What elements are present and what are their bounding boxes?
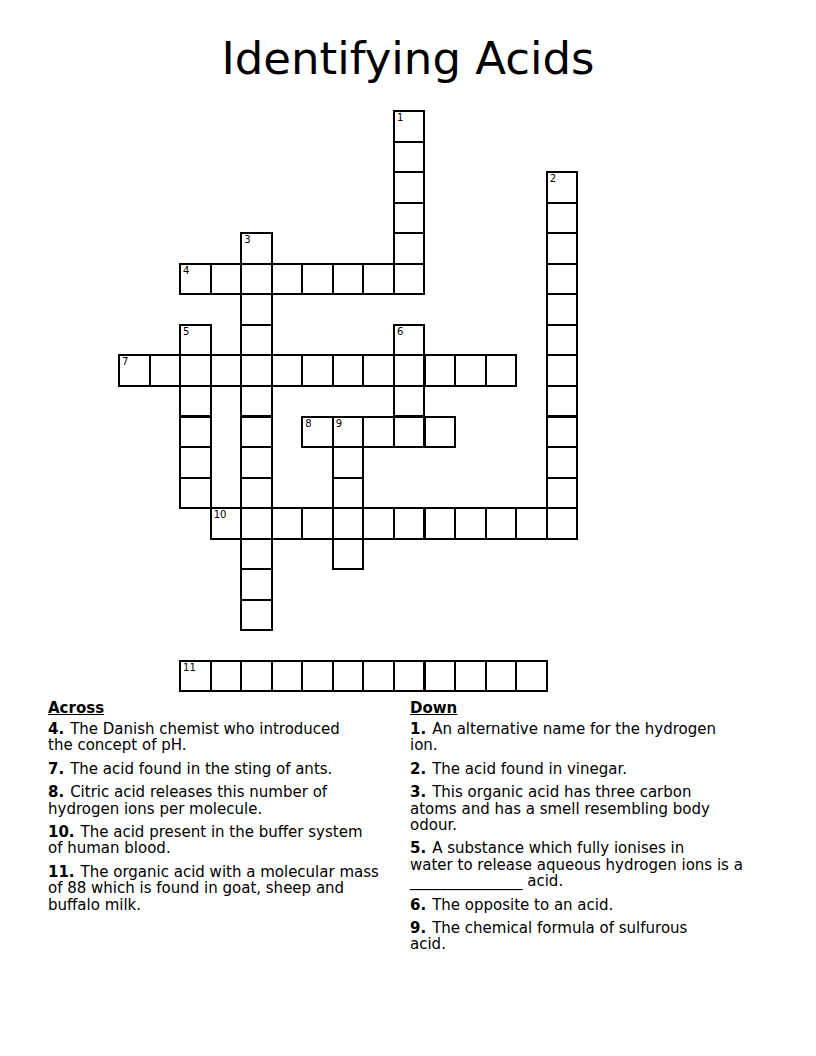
- clue-text: The opposite to an acid.: [432, 896, 613, 914]
- clue-number: 3.: [410, 783, 426, 801]
- down-heading: Down: [410, 700, 802, 717]
- clue-number: 10.: [48, 823, 75, 841]
- grid-cell-r13-c10[interactable]: [424, 507, 457, 540]
- grid-cell-r12-c14[interactable]: [546, 477, 579, 510]
- clue-text: The acid found in the sting of ants.: [70, 760, 332, 778]
- across-clue-item: 8.Citric acid releases this number of hy…: [48, 784, 406, 817]
- cell-clue-number: 9: [336, 418, 342, 429]
- clue-number: 4.: [48, 720, 64, 738]
- grid-cell-r9-c14[interactable]: [546, 385, 579, 418]
- cell-clue-number: 10: [214, 509, 227, 520]
- clue-text: Citric acid releases this number of hydr…: [48, 783, 327, 817]
- grid-cell-r18-c2[interactable]: 11: [179, 660, 212, 693]
- grid-cell-r2-c9[interactable]: [393, 171, 426, 204]
- clue-text: The acid found in vinegar.: [432, 760, 627, 778]
- grid-cell-r7-c14[interactable]: [546, 324, 579, 357]
- grid-cell-r18-c7[interactable]: [332, 660, 365, 693]
- grid-cell-r10-c10[interactable]: [424, 416, 457, 449]
- cell-clue-number: 2: [550, 173, 556, 184]
- grid-cell-r11-c7[interactable]: [332, 446, 365, 479]
- cell-clue-number: 8: [305, 418, 311, 429]
- down-clue-item: 2.The acid found in vinegar.: [410, 761, 802, 777]
- puzzle-title: Identifying Acids: [0, 30, 816, 88]
- grid-cell-r13-c12[interactable]: [485, 507, 518, 540]
- grid-cell-r13-c9[interactable]: [393, 507, 426, 540]
- grid-cell-r9-c9[interactable]: [393, 385, 426, 418]
- cell-clue-number: 11: [183, 662, 196, 673]
- grid-cell-r8-c8[interactable]: [362, 354, 395, 387]
- grid-cell-r5-c9[interactable]: [393, 263, 426, 296]
- grid-cell-r13-c8[interactable]: [362, 507, 395, 540]
- across-heading: Across: [48, 700, 406, 717]
- grid-cell-r8-c6[interactable]: [301, 354, 334, 387]
- page: Identifying Acids 1234567891011 Across 4…: [0, 0, 816, 1056]
- grid-cell-r4-c4[interactable]: 3: [240, 232, 273, 265]
- clue-number: 1.: [410, 720, 426, 738]
- grid-cell-r12-c7[interactable]: [332, 477, 365, 510]
- grid-cell-r18-c3[interactable]: [210, 660, 243, 693]
- grid-cell-r11-c14[interactable]: [546, 446, 579, 479]
- grid-cell-r18-c5[interactable]: [271, 660, 304, 693]
- grid-cell-r13-c7[interactable]: [332, 507, 365, 540]
- grid-cell-r2-c14[interactable]: 2: [546, 171, 579, 204]
- clue-number: 9.: [410, 919, 426, 937]
- grid-cell-r5-c7[interactable]: [332, 263, 365, 296]
- grid-cell-r8-c0[interactable]: 7: [118, 354, 151, 387]
- grid-cell-r8-c1[interactable]: [149, 354, 182, 387]
- grid-cell-r13-c5[interactable]: [271, 507, 304, 540]
- clue-number: 7.: [48, 760, 64, 778]
- clue-number: 6.: [410, 896, 426, 914]
- grid-cell-r0-c9[interactable]: 1: [393, 110, 426, 143]
- grid-cell-r10-c4[interactable]: [240, 416, 273, 449]
- across-clue-item: 10.The acid present in the buffer system…: [48, 824, 406, 857]
- grid-cell-r18-c10[interactable]: [424, 660, 457, 693]
- across-clue-item: 7.The acid found in the sting of ants.: [48, 761, 406, 777]
- grid-cell-r10-c9[interactable]: [393, 416, 426, 449]
- clue-number: 11.: [48, 863, 75, 881]
- across-clue-item: 4.The Danish chemist who introduced the …: [48, 721, 406, 754]
- across-clue-list: 4.The Danish chemist who introduced the …: [48, 721, 406, 913]
- across-clues-section: Across 4.The Danish chemist who introduc…: [48, 700, 406, 920]
- grid-cell-r18-c8[interactable]: [362, 660, 395, 693]
- cell-clue-number: 6: [397, 326, 403, 337]
- cell-clue-number: 7: [122, 356, 128, 367]
- grid-cell-r14-c4[interactable]: [240, 538, 273, 571]
- down-clue-item: 9.The chemical formula of sulfurous acid…: [410, 920, 802, 953]
- grid-cell-r5-c6[interactable]: [301, 263, 334, 296]
- clue-number: 5.: [410, 839, 426, 857]
- clue-text: An alternative name for the hydrogen ion…: [410, 720, 716, 754]
- across-clue-item: 11.The organic acid with a molecular mas…: [48, 864, 406, 913]
- down-clue-item: 3.This organic acid has three carbon ato…: [410, 784, 802, 833]
- grid-cell-r7-c2[interactable]: 5: [179, 324, 212, 357]
- grid-cell-r15-c4[interactable]: [240, 568, 273, 601]
- grid-cell-r8-c10[interactable]: [424, 354, 457, 387]
- grid-cell-r8-c3[interactable]: [210, 354, 243, 387]
- grid-cell-r9-c2[interactable]: [179, 385, 212, 418]
- grid-cell-r13-c3[interactable]: 10: [210, 507, 243, 540]
- cell-clue-number: 3: [244, 234, 250, 245]
- grid-cell-r10-c8[interactable]: [362, 416, 395, 449]
- grid-cell-r5-c14[interactable]: [546, 263, 579, 296]
- grid-cell-r8-c12[interactable]: [485, 354, 518, 387]
- grid-cell-r5-c4[interactable]: [240, 263, 273, 296]
- grid-cell-r18-c12[interactable]: [485, 660, 518, 693]
- grid-cell-r13-c11[interactable]: [454, 507, 487, 540]
- clue-text: The chemical formula of sulfurous acid.: [410, 919, 687, 953]
- grid-cell-r7-c4[interactable]: [240, 324, 273, 357]
- grid-cell-r18-c11[interactable]: [454, 660, 487, 693]
- clue-text: The acid present in the buffer system of…: [48, 823, 363, 857]
- grid-cell-r18-c4[interactable]: [240, 660, 273, 693]
- grid-cell-r6-c4[interactable]: [240, 293, 273, 326]
- clue-number: 8.: [48, 783, 64, 801]
- grid-cell-r9-c4[interactable]: [240, 385, 273, 418]
- grid-cell-r13-c14[interactable]: [546, 507, 579, 540]
- grid-cell-r12-c4[interactable]: [240, 477, 273, 510]
- grid-cell-r10-c7[interactable]: 9: [332, 416, 365, 449]
- down-clue-item: 1.An alternative name for the hydrogen i…: [410, 721, 802, 754]
- down-clue-item: 5.A substance which fully ionises in wat…: [410, 840, 802, 889]
- grid-cell-r5-c3[interactable]: [210, 263, 243, 296]
- grid-cell-r8-c7[interactable]: [332, 354, 365, 387]
- crossword-grid: 1234567891011: [118, 110, 580, 694]
- grid-cell-r10-c2[interactable]: [179, 416, 212, 449]
- grid-cell-r1-c9[interactable]: [393, 141, 426, 174]
- cell-clue-number: 4: [183, 265, 189, 276]
- grid-cell-r13-c4[interactable]: [240, 507, 273, 540]
- down-clues-section: Down 1.An alternative name for the hydro…: [410, 700, 802, 960]
- grid-cell-r10-c14[interactable]: [546, 416, 579, 449]
- grid-cell-r7-c9[interactable]: 6: [393, 324, 426, 357]
- grid-cell-r13-c6[interactable]: [301, 507, 334, 540]
- clue-number: 2.: [410, 760, 426, 778]
- grid-cell-r8-c2[interactable]: [179, 354, 212, 387]
- clue-text: This organic acid has three carbon atoms…: [410, 783, 710, 834]
- grid-cell-r18-c6[interactable]: [301, 660, 334, 693]
- grid-cell-r8-c9[interactable]: [393, 354, 426, 387]
- grid-cell-r11-c2[interactable]: [179, 446, 212, 479]
- grid-cell-r5-c8[interactable]: [362, 263, 395, 296]
- cell-clue-number: 1: [397, 112, 403, 123]
- grid-cell-r13-c13[interactable]: [515, 507, 548, 540]
- grid-cell-r18-c13[interactable]: [515, 660, 548, 693]
- grid-cell-r8-c4[interactable]: [240, 354, 273, 387]
- grid-cell-r12-c2[interactable]: [179, 477, 212, 510]
- grid-cell-r4-c9[interactable]: [393, 232, 426, 265]
- clue-text: The Danish chemist who introduced the co…: [48, 720, 340, 754]
- grid-cell-r5-c5[interactable]: [271, 263, 304, 296]
- grid-cell-r6-c14[interactable]: [546, 293, 579, 326]
- down-clue-list: 1.An alternative name for the hydrogen i…: [410, 721, 802, 953]
- down-clue-item: 6.The opposite to an acid.: [410, 897, 802, 913]
- grid-cell-r10-c6[interactable]: 8: [301, 416, 334, 449]
- grid-cell-r3-c9[interactable]: [393, 202, 426, 235]
- clue-text: A substance which fully ionises in water…: [410, 839, 743, 890]
- clue-text: The organic acid with a molecular mass o…: [48, 863, 379, 914]
- grid-cell-r5-c2[interactable]: 4: [179, 263, 212, 296]
- grid-cell-r4-c14[interactable]: [546, 232, 579, 265]
- grid-cell-r14-c7[interactable]: [332, 538, 365, 571]
- grid-cell-r11-c4[interactable]: [240, 446, 273, 479]
- grid-cell-r8-c5[interactable]: [271, 354, 304, 387]
- grid-cell-r8-c14[interactable]: [546, 354, 579, 387]
- grid-cell-r18-c9[interactable]: [393, 660, 426, 693]
- grid-cell-r8-c11[interactable]: [454, 354, 487, 387]
- grid-cell-r3-c14[interactable]: [546, 202, 579, 235]
- cell-clue-number: 5: [183, 326, 189, 337]
- grid-cell-r16-c4[interactable]: [240, 599, 273, 632]
